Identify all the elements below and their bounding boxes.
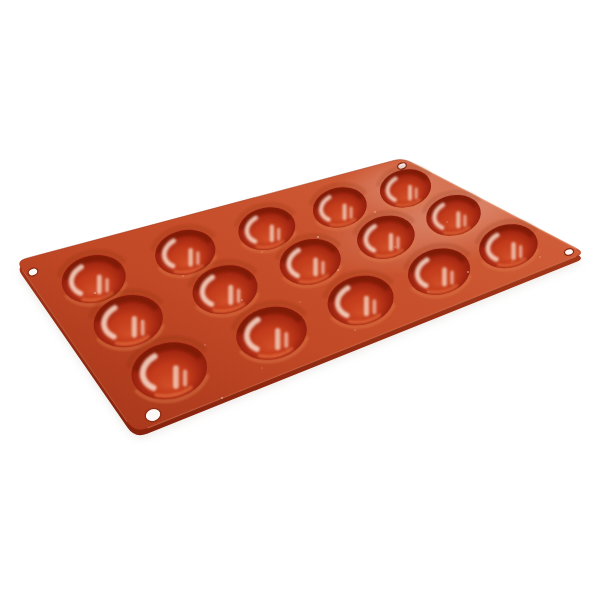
photo-canvas xyxy=(0,0,600,600)
product-photo xyxy=(0,0,600,600)
mould-render-svg xyxy=(0,0,600,600)
